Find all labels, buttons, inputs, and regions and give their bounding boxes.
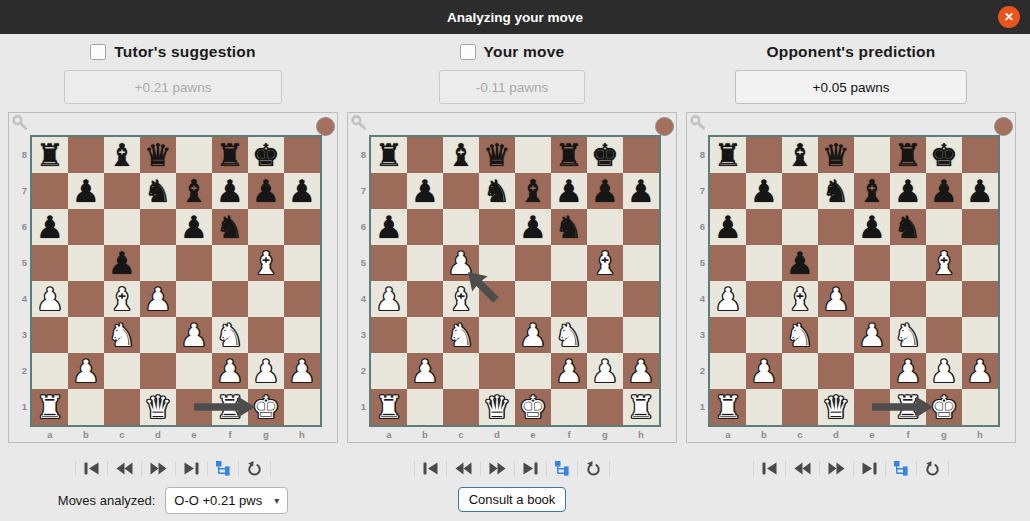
- square-h3[interactable]: [962, 317, 998, 353]
- square-e3[interactable]: ♟: [854, 317, 890, 353]
- square-h2[interactable]: ♟: [284, 353, 320, 389]
- square-d6[interactable]: [479, 209, 515, 245]
- square-c7[interactable]: [104, 173, 140, 209]
- square-c6[interactable]: [104, 209, 140, 245]
- square-e4[interactable]: [176, 281, 212, 317]
- black-pawn: ♟: [72, 173, 100, 209]
- square-e5[interactable]: [854, 245, 890, 281]
- refresh-icon: [924, 460, 941, 477]
- black-pawn: ♟: [858, 209, 886, 245]
- square-c3[interactable]: ♞: [443, 317, 479, 353]
- square-c3[interactable]: ♞: [104, 317, 140, 353]
- square-g4[interactable]: [587, 281, 623, 317]
- square-b7[interactable]: ♟: [746, 173, 782, 209]
- square-a6[interactable]: ♟: [32, 209, 68, 245]
- square-h1[interactable]: ♜: [623, 389, 659, 425]
- moves-analyzed-dropdown[interactable]: O-O +0.21 pws ▾: [165, 487, 288, 514]
- tutor-board-panel: 87654321 ♜♝♛♜♚♟♞♝♟♟♟♟♟♞♟♝♟♝♟♞♟♞♟♟♟♟♜♛♜♚ …: [8, 112, 338, 443]
- square-h4[interactable]: [962, 281, 998, 317]
- square-f5[interactable]: [551, 245, 587, 281]
- square-f6[interactable]: ♞: [212, 209, 248, 245]
- square-a3[interactable]: [710, 317, 746, 353]
- square-e8[interactable]: [515, 137, 551, 173]
- square-b2[interactable]: ♟: [746, 353, 782, 389]
- your-move-board-panel: 87654321 ♜♝♛♜♚♟♞♝♟♟♟♟♟♞♟♝♟♝♞♟♞♟♟♟♟♜♛♚♜ a…: [347, 112, 677, 443]
- square-a7[interactable]: [710, 173, 746, 209]
- white-pawn: ♟: [447, 245, 475, 281]
- refresh-button[interactable]: [240, 458, 269, 479]
- square-a4[interactable]: ♟: [710, 281, 746, 317]
- square-c4[interactable]: ♝: [782, 281, 818, 317]
- square-a2[interactable]: [32, 353, 68, 389]
- square-f7[interactable]: ♟: [890, 173, 926, 209]
- square-h3[interactable]: [623, 317, 659, 353]
- square-b1[interactable]: [407, 389, 443, 425]
- square-h5[interactable]: [623, 245, 659, 281]
- separator: [141, 461, 142, 476]
- white-pawn: ♟: [216, 353, 244, 389]
- step-back-button[interactable]: [787, 459, 818, 478]
- square-d3[interactable]: [818, 317, 854, 353]
- tutor-board[interactable]: ♜♝♛♜♚♟♞♝♟♟♟♟♟♞♟♝♟♝♟♞♟♞♟♟♟♟♜♛♜♚: [32, 137, 320, 425]
- analysis-tree-button[interactable]: [209, 458, 237, 478]
- white-pawn: ♟: [36, 281, 64, 317]
- go-first-button[interactable]: [755, 459, 784, 478]
- black-queen: ♛: [483, 137, 511, 173]
- square-c2[interactable]: [443, 353, 479, 389]
- black-pawn: ♟: [108, 245, 136, 281]
- square-e4[interactable]: [515, 281, 551, 317]
- black-pawn: ♟: [966, 173, 994, 209]
- step-back-icon: [793, 461, 812, 476]
- square-a4[interactable]: ♟: [371, 281, 407, 317]
- go-first-button[interactable]: [416, 459, 445, 478]
- close-icon: ✕: [1004, 10, 1014, 24]
- white-rook: ♜: [375, 389, 403, 425]
- square-c7[interactable]: [782, 173, 818, 209]
- black-pawn: ♟: [627, 173, 655, 209]
- square-e6[interactable]: ♟: [854, 209, 890, 245]
- square-f2[interactable]: ♟: [212, 353, 248, 389]
- square-c1[interactable]: [443, 389, 479, 425]
- step-back-icon: [115, 461, 134, 476]
- white-pawn: ♟: [72, 353, 100, 389]
- step-forward-button[interactable]: [482, 459, 513, 478]
- analysis-tree-button[interactable]: [887, 458, 915, 478]
- square-f5[interactable]: [890, 245, 926, 281]
- square-d5[interactable]: [140, 245, 176, 281]
- square-g3[interactable]: [248, 317, 284, 353]
- square-a5[interactable]: [371, 245, 407, 281]
- white-queen: ♛: [822, 389, 850, 425]
- square-c3[interactable]: ♞: [782, 317, 818, 353]
- close-button[interactable]: ✕: [998, 6, 1020, 28]
- square-d8[interactable]: ♛: [479, 137, 515, 173]
- step-forward-button[interactable]: [143, 459, 174, 478]
- moves-analyzed-value: O-O +0.21 pws: [174, 493, 262, 508]
- square-c2[interactable]: [782, 353, 818, 389]
- black-pawn: ♟: [180, 209, 208, 245]
- black-pawn: ♟: [36, 209, 64, 245]
- square-f6[interactable]: ♞: [551, 209, 587, 245]
- black-pawn: ♟: [591, 173, 619, 209]
- square-g2[interactable]: ♟: [926, 353, 962, 389]
- white-pawn: ♟: [966, 353, 994, 389]
- square-e2[interactable]: [176, 353, 212, 389]
- square-a1[interactable]: ♜: [371, 389, 407, 425]
- opponent-board[interactable]: ♜♝♛♜♚♟♞♝♟♟♟♟♟♞♟♝♟♝♟♞♟♞♟♟♟♟♜♛♜♚: [710, 137, 998, 425]
- square-b5[interactable]: [68, 245, 104, 281]
- square-c8[interactable]: ♝: [782, 137, 818, 173]
- square-g3[interactable]: [926, 317, 962, 353]
- square-c1[interactable]: [104, 389, 140, 425]
- square-g5[interactable]: ♝: [926, 245, 962, 281]
- titlebar[interactable]: Analyzing your move ✕: [0, 0, 1030, 34]
- go-first-icon: [422, 461, 439, 476]
- square-g8[interactable]: ♚: [587, 137, 623, 173]
- square-d2[interactable]: [818, 353, 854, 389]
- tutor-column-header: Tutor's suggestion +0.21 pawns: [8, 40, 338, 104]
- square-f1[interactable]: [551, 389, 587, 425]
- square-f4[interactable]: [890, 281, 926, 317]
- go-first-button[interactable]: [77, 459, 106, 478]
- square-b1[interactable]: [68, 389, 104, 425]
- square-c6[interactable]: [782, 209, 818, 245]
- square-g6[interactable]: [248, 209, 284, 245]
- square-h1[interactable]: [962, 389, 998, 425]
- square-e6[interactable]: ♟: [515, 209, 551, 245]
- square-g7[interactable]: ♟: [248, 173, 284, 209]
- square-c1[interactable]: [782, 389, 818, 425]
- black-pawn: ♟: [252, 173, 280, 209]
- black-pawn: ♟: [375, 209, 403, 245]
- square-b2[interactable]: ♟: [68, 353, 104, 389]
- square-f4[interactable]: [551, 281, 587, 317]
- square-f3[interactable]: ♞: [551, 317, 587, 353]
- square-a5[interactable]: [32, 245, 68, 281]
- square-e7[interactable]: ♝: [515, 173, 551, 209]
- separator: [207, 461, 208, 476]
- square-b4[interactable]: [746, 281, 782, 317]
- square-b8[interactable]: [746, 137, 782, 173]
- separator: [446, 461, 447, 476]
- square-d2[interactable]: [479, 353, 515, 389]
- separator: [107, 461, 108, 476]
- moves-analyzed-group: Moves analyzed: O-O +0.21 pws ▾: [8, 486, 338, 514]
- black-bishop: ♝: [180, 173, 208, 209]
- square-b6[interactable]: [746, 209, 782, 245]
- square-g6[interactable]: [926, 209, 962, 245]
- square-h5[interactable]: [284, 245, 320, 281]
- square-b4[interactable]: [407, 281, 443, 317]
- square-a3[interactable]: [32, 317, 68, 353]
- square-d5[interactable]: [818, 245, 854, 281]
- square-e5[interactable]: [515, 245, 551, 281]
- square-e8[interactable]: [854, 137, 890, 173]
- square-c8[interactable]: ♝: [443, 137, 479, 173]
- square-b8[interactable]: [68, 137, 104, 173]
- square-d4[interactable]: ♟: [818, 281, 854, 317]
- black-bishop: ♝: [786, 137, 814, 173]
- magnifier-icon[interactable]: [350, 114, 368, 132]
- consult-book-button[interactable]: Consult a book: [458, 487, 567, 512]
- square-e4[interactable]: [854, 281, 890, 317]
- square-f7[interactable]: ♟: [551, 173, 587, 209]
- your-move-header-label: Your move: [484, 43, 565, 61]
- square-c4[interactable]: ♝: [104, 281, 140, 317]
- white-king: ♚: [930, 389, 958, 425]
- square-h7[interactable]: ♟: [284, 173, 320, 209]
- black-king: ♚: [252, 137, 280, 173]
- white-queen: ♛: [483, 389, 511, 425]
- square-f7[interactable]: ♟: [212, 173, 248, 209]
- opponent-board-panel: 87654321 ♜♝♛♜♚♟♞♝♟♟♟♟♟♞♟♝♟♝♟♞♟♞♟♟♟♟♜♛♜♚ …: [686, 112, 1016, 443]
- square-h5[interactable]: [962, 245, 998, 281]
- square-h2[interactable]: ♟: [623, 353, 659, 389]
- square-h8[interactable]: [623, 137, 659, 173]
- square-f5[interactable]: [212, 245, 248, 281]
- go-last-button[interactable]: [855, 459, 884, 478]
- white-bishop: ♝: [591, 245, 619, 281]
- go-first-icon: [83, 461, 100, 476]
- square-c6[interactable]: [443, 209, 479, 245]
- square-b6[interactable]: [68, 209, 104, 245]
- separator: [414, 461, 415, 476]
- white-king: ♚: [252, 389, 280, 425]
- turn-indicator-black: [655, 117, 674, 136]
- square-d1[interactable]: ♛: [140, 389, 176, 425]
- square-a6[interactable]: ♟: [710, 209, 746, 245]
- square-a1[interactable]: ♜: [32, 389, 68, 425]
- chevron-down-icon: ▾: [274, 495, 279, 506]
- black-pawn: ♟: [930, 173, 958, 209]
- black-rook: ♜: [555, 137, 583, 173]
- square-f6[interactable]: ♞: [890, 209, 926, 245]
- separator: [853, 461, 854, 476]
- square-b8[interactable]: [407, 137, 443, 173]
- tutor-header-label: Tutor's suggestion: [114, 43, 255, 61]
- square-g5[interactable]: ♝: [248, 245, 284, 281]
- square-c8[interactable]: ♝: [104, 137, 140, 173]
- square-h3[interactable]: [284, 317, 320, 353]
- square-h2[interactable]: ♟: [962, 353, 998, 389]
- square-e5[interactable]: [176, 245, 212, 281]
- square-d4[interactable]: [479, 281, 515, 317]
- square-b3[interactable]: [68, 317, 104, 353]
- square-d5[interactable]: [479, 245, 515, 281]
- square-f1[interactable]: ♜: [212, 389, 248, 425]
- step-back-button[interactable]: [448, 459, 479, 478]
- your-move-eval-button: -0.11 pawns: [439, 70, 585, 104]
- square-d6[interactable]: [140, 209, 176, 245]
- rank-labels: 87654321: [11, 137, 27, 425]
- square-g7[interactable]: ♟: [587, 173, 623, 209]
- black-queen: ♛: [144, 137, 172, 173]
- square-b1[interactable]: [746, 389, 782, 425]
- square-a7[interactable]: [32, 173, 68, 209]
- separator: [577, 461, 578, 476]
- square-a8[interactable]: ♜: [371, 137, 407, 173]
- refresh-button[interactable]: [918, 458, 947, 479]
- black-knight: ♞: [483, 173, 511, 209]
- refresh-button[interactable]: [579, 458, 608, 479]
- square-g7[interactable]: ♟: [926, 173, 962, 209]
- window-title: Analyzing your move: [447, 10, 583, 25]
- magnifier-icon[interactable]: [689, 114, 707, 132]
- square-d7[interactable]: ♞: [479, 173, 515, 209]
- go-last-button[interactable]: [516, 459, 545, 478]
- go-first-icon: [761, 461, 778, 476]
- opponent-nav-bar: [686, 452, 1016, 484]
- white-rook: ♜: [627, 389, 655, 425]
- square-f2[interactable]: ♟: [551, 353, 587, 389]
- square-g2[interactable]: ♟: [587, 353, 623, 389]
- square-h6[interactable]: [962, 209, 998, 245]
- square-e3[interactable]: ♟: [515, 317, 551, 353]
- square-a5[interactable]: [710, 245, 746, 281]
- square-g1[interactable]: ♚: [248, 389, 284, 425]
- square-h8[interactable]: [284, 137, 320, 173]
- square-a8[interactable]: ♜: [710, 137, 746, 173]
- step-forward-icon: [149, 461, 168, 476]
- square-d8[interactable]: ♛: [818, 137, 854, 173]
- square-g8[interactable]: ♚: [248, 137, 284, 173]
- turn-indicator-black: [316, 117, 335, 136]
- square-f8[interactable]: ♜: [890, 137, 926, 173]
- square-b5[interactable]: [746, 245, 782, 281]
- square-b3[interactable]: [746, 317, 782, 353]
- square-f3[interactable]: ♞: [212, 317, 248, 353]
- square-c5[interactable]: ♟: [104, 245, 140, 281]
- square-a4[interactable]: ♟: [32, 281, 68, 317]
- square-e8[interactable]: [176, 137, 212, 173]
- square-f8[interactable]: ♜: [212, 137, 248, 173]
- square-d1[interactable]: ♛: [479, 389, 515, 425]
- square-b6[interactable]: [407, 209, 443, 245]
- square-h7[interactable]: ♟: [962, 173, 998, 209]
- magnifier-icon[interactable]: [11, 114, 29, 132]
- square-e1[interactable]: ♚: [515, 389, 551, 425]
- square-e7[interactable]: ♝: [854, 173, 890, 209]
- square-a7[interactable]: [371, 173, 407, 209]
- square-b3[interactable]: [407, 317, 443, 353]
- square-c4[interactable]: ♝: [443, 281, 479, 317]
- black-pawn: ♟: [750, 173, 778, 209]
- square-c7[interactable]: [443, 173, 479, 209]
- black-knight: ♞: [555, 209, 583, 245]
- square-h7[interactable]: ♟: [623, 173, 659, 209]
- square-e6[interactable]: ♟: [176, 209, 212, 245]
- black-bishop: ♝: [447, 137, 475, 173]
- square-a3[interactable]: [371, 317, 407, 353]
- square-e1[interactable]: [854, 389, 890, 425]
- step-forward-button[interactable]: [821, 459, 852, 478]
- square-d7[interactable]: ♞: [818, 173, 854, 209]
- square-d3[interactable]: [140, 317, 176, 353]
- square-e3[interactable]: ♟: [176, 317, 212, 353]
- rank-labels: 87654321: [689, 137, 705, 425]
- go-last-button[interactable]: [177, 459, 206, 478]
- square-h8[interactable]: [962, 137, 998, 173]
- square-g1[interactable]: [587, 389, 623, 425]
- white-bishop: ♝: [930, 245, 958, 281]
- square-g3[interactable]: [587, 317, 623, 353]
- square-g2[interactable]: ♟: [248, 353, 284, 389]
- square-c5[interactable]: ♟: [782, 245, 818, 281]
- square-e2[interactable]: [515, 353, 551, 389]
- square-h4[interactable]: [284, 281, 320, 317]
- square-a2[interactable]: [710, 353, 746, 389]
- square-f3[interactable]: ♞: [890, 317, 926, 353]
- square-a6[interactable]: ♟: [371, 209, 407, 245]
- black-pawn: ♟: [216, 173, 244, 209]
- square-g6[interactable]: [587, 209, 623, 245]
- black-bishop: ♝: [519, 173, 547, 209]
- square-a8[interactable]: ♜: [32, 137, 68, 173]
- white-pawn: ♟: [252, 353, 280, 389]
- square-g4[interactable]: [926, 281, 962, 317]
- square-h4[interactable]: [623, 281, 659, 317]
- square-c2[interactable]: [104, 353, 140, 389]
- square-g1[interactable]: ♚: [926, 389, 962, 425]
- square-e2[interactable]: [854, 353, 890, 389]
- black-rook: ♜: [894, 137, 922, 173]
- square-h1[interactable]: [284, 389, 320, 425]
- black-rook: ♜: [36, 137, 64, 173]
- square-b4[interactable]: [68, 281, 104, 317]
- square-c5[interactable]: ♟: [443, 245, 479, 281]
- square-d7[interactable]: ♞: [140, 173, 176, 209]
- black-knight: ♞: [822, 173, 850, 209]
- square-d4[interactable]: ♟: [140, 281, 176, 317]
- analysis-tree-icon: [215, 460, 231, 476]
- square-f4[interactable]: [212, 281, 248, 317]
- your-move-board[interactable]: ♜♝♛♜♚♟♞♝♟♟♟♟♟♞♟♝♟♝♞♟♞♟♟♟♟♜♛♚♜: [371, 137, 659, 425]
- square-h6[interactable]: [623, 209, 659, 245]
- white-knight: ♞: [555, 317, 583, 353]
- square-e7[interactable]: ♝: [176, 173, 212, 209]
- go-last-icon: [522, 461, 539, 476]
- square-f1[interactable]: ♜: [890, 389, 926, 425]
- square-d3[interactable]: [479, 317, 515, 353]
- square-f8[interactable]: ♜: [551, 137, 587, 173]
- square-g5[interactable]: ♝: [587, 245, 623, 281]
- square-d1[interactable]: ♛: [818, 389, 854, 425]
- square-d2[interactable]: [140, 353, 176, 389]
- square-g4[interactable]: [248, 281, 284, 317]
- your-move-checkbox[interactable]: [460, 44, 476, 60]
- analysis-tree-button[interactable]: [548, 458, 576, 478]
- step-back-button[interactable]: [109, 459, 140, 478]
- square-b7[interactable]: ♟: [68, 173, 104, 209]
- square-d6[interactable]: [818, 209, 854, 245]
- square-a1[interactable]: ♜: [710, 389, 746, 425]
- square-f2[interactable]: ♟: [890, 353, 926, 389]
- square-h6[interactable]: [284, 209, 320, 245]
- square-a2[interactable]: [371, 353, 407, 389]
- square-g8[interactable]: ♚: [926, 137, 962, 173]
- separator: [514, 461, 515, 476]
- square-b7[interactable]: ♟: [407, 173, 443, 209]
- white-pawn: ♟: [750, 353, 778, 389]
- square-b2[interactable]: ♟: [407, 353, 443, 389]
- opponent-eval-button[interactable]: +0.05 pawns: [735, 70, 967, 104]
- white-knight: ♞: [447, 317, 475, 353]
- square-e1[interactable]: [176, 389, 212, 425]
- square-d8[interactable]: ♛: [140, 137, 176, 173]
- square-b5[interactable]: [407, 245, 443, 281]
- tutor-checkbox[interactable]: [90, 44, 106, 60]
